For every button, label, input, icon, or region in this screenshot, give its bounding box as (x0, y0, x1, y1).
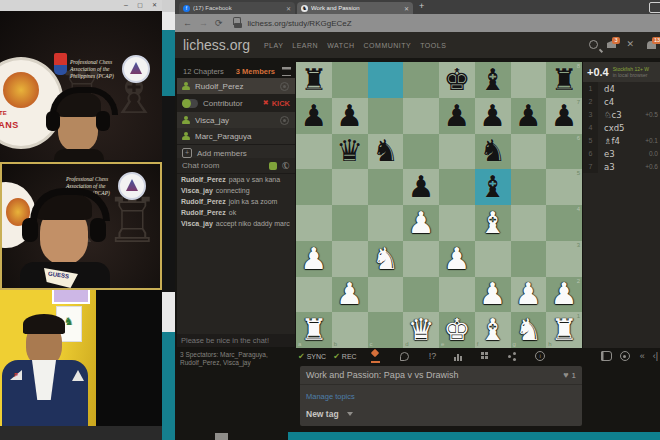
move-row[interactable]: 4cxd5 (583, 121, 660, 134)
square-h4[interactable]: 4 (546, 205, 582, 241)
square-e1[interactable]: ♚e (439, 312, 475, 348)
white-pawn-f2[interactable]: ♟ (479, 277, 506, 311)
square-b1[interactable]: b (332, 312, 368, 348)
square-a3[interactable]: ♟ (296, 241, 332, 277)
square-e5[interactable] (439, 169, 475, 205)
lichess-favicon: ♞ (301, 5, 308, 12)
file-label: g (513, 341, 516, 347)
file-label: d (405, 341, 408, 347)
study-tabs: 12 Chapters 3 Members (177, 64, 295, 78)
maximize-button[interactable]: ▢ (137, 1, 143, 8)
info-tool-icon[interactable]: i (535, 351, 545, 361)
square-h3[interactable]: 3 (546, 241, 582, 277)
move-san[interactable]: e3 (598, 149, 615, 159)
black-knight-f6[interactable]: ♞ (479, 134, 506, 168)
rank-label: 7 (577, 99, 580, 105)
square-h7[interactable]: ♟7 (546, 98, 582, 134)
nav-learn[interactable]: LEARN (292, 42, 318, 49)
square-f2[interactable]: ♟ (475, 277, 511, 313)
black-queen-b6[interactable]: ♛ (336, 134, 363, 168)
square-f4[interactable]: ♝ (475, 205, 511, 241)
rank-label: 6 (577, 135, 580, 141)
member-row-marc[interactable]: Marc_Paraguya (177, 128, 295, 144)
file-label: a (298, 341, 301, 347)
white-pawn-e3[interactable]: ♟ (443, 242, 470, 276)
square-f6[interactable]: ♞ (475, 134, 511, 170)
square-g5[interactable] (511, 169, 547, 205)
chat-messages: Rudolf_Perezpapa v san kana Visca_jaycon… (177, 174, 295, 334)
browser-tab-active[interactable]: ♞ Work and Passion ✕ (297, 2, 413, 14)
screen: – ▢ ✕ ♖♗ TE TANS Professional ChessAssoc… (0, 0, 660, 440)
kick-button[interactable]: KICK (272, 99, 290, 108)
browser-window-icon[interactable] (649, 2, 660, 13)
lichess-logo[interactable]: lichess.org (183, 37, 250, 53)
black-knight-c6[interactable]: ♞ (372, 134, 399, 168)
user-icon (182, 82, 190, 90)
desktop-gap (162, 0, 175, 440)
chess-board: ♜♚♝♜8♟♟♟♟♟♟7♛♞♞6♟♝5♟♝4♟♞♟3♟♟♟♟2♜abc♛d♚e♝… (296, 62, 582, 348)
webcam-feed-3: ♞ P (0, 290, 96, 426)
member-row-rudolf[interactable]: Rudolf_Perez (177, 78, 295, 94)
spectators-text: 3 Spectators: Marc_Paraguya, Rudolf_Pere… (177, 351, 294, 367)
boards-tool-icon[interactable] (481, 352, 490, 361)
browser-addressbar: ← → ⟳ lichess.org/study/RKGgECeZ (175, 14, 660, 32)
square-c6[interactable]: ♞ (368, 134, 404, 170)
member-settings-icon[interactable] (280, 116, 289, 125)
square-b2[interactable]: ♟ (332, 277, 368, 313)
move-number: 3 (583, 108, 598, 121)
heart-icon[interactable]: ♥ (563, 370, 568, 380)
rec-check-icon: ✔ (333, 352, 340, 361)
chat-title: Chat room (182, 161, 219, 170)
square-g7[interactable]: ♟ (511, 98, 547, 134)
black-pawn-h7[interactable]: ♟ (551, 99, 578, 133)
member-name: Rudolf_Perez (195, 82, 243, 91)
black-pawn-b7[interactable]: ♟ (336, 99, 363, 133)
file-label: e (441, 341, 444, 347)
minimize-button[interactable]: – (124, 1, 128, 8)
file-label: h (548, 341, 551, 347)
square-d4[interactable]: ♟ (403, 205, 439, 241)
webcam-feed-1: ♖♗ TE TANS Professional ChessAssociation… (0, 11, 162, 160)
square-e7[interactable]: ♟ (439, 98, 475, 134)
move-number: 1 (583, 82, 598, 95)
browser-window: f (17) Facebook ✕ ♞ Work and Passion ✕ +… (175, 0, 660, 440)
x-icon[interactable]: ✕ (626, 39, 634, 49)
white-pawn-a3[interactable]: ♟ (300, 242, 327, 276)
members-panel: Rudolf_Perez Contributor ✖ KICK Visca_ja… (177, 78, 295, 161)
tab-members[interactable]: 3 Members (236, 67, 275, 76)
step-back-icon[interactable]: ‹| (653, 351, 658, 361)
nav-tools[interactable]: TOOLS (420, 42, 446, 49)
chart-tool-icon[interactable] (454, 352, 463, 361)
engine-header[interactable]: +0.4 Stockfish 12+ W in local browser (583, 62, 660, 82)
square-e8[interactable]: ♚ (439, 62, 475, 98)
white-bishop-f4[interactable]: ♝ (479, 206, 506, 240)
square-a2[interactable] (296, 277, 332, 313)
square-a4[interactable] (296, 205, 332, 241)
tab-close-icon[interactable]: ✕ (404, 5, 409, 12)
study-title: Work and Passion: Papa v vs Drawish (306, 370, 458, 380)
square-c7[interactable] (368, 98, 404, 134)
engine-location: in local browser (613, 72, 648, 78)
move-san[interactable]: ♘c3 (598, 110, 622, 120)
rewind-icon[interactable]: « (640, 351, 645, 361)
move-san[interactable]: c4 (598, 97, 614, 107)
webcam-feed-2: ♗♖ Professional ChessAssociation of theP… (0, 162, 162, 290)
new-tab-button[interactable]: + (419, 1, 424, 11)
file-label: c (370, 341, 373, 347)
square-d5[interactable]: ♟ (403, 169, 439, 205)
comment-tool-icon[interactable] (400, 352, 409, 361)
notifications-badge: 13 (652, 37, 660, 44)
square-c5[interactable] (368, 169, 404, 205)
square-d2[interactable] (403, 277, 439, 313)
white-knight-g1[interactable]: ♞ (515, 313, 542, 347)
square-d6[interactable] (403, 134, 439, 170)
nav-community[interactable]: COMMUNITY (364, 42, 412, 49)
square-a5[interactable] (296, 169, 332, 205)
share-tool-icon[interactable] (508, 352, 517, 361)
forward-icon[interactable]: → (199, 18, 208, 28)
move-eval: +0.5 (645, 111, 660, 118)
move-san[interactable]: d4 (598, 84, 615, 94)
chevron-down-icon (347, 412, 353, 416)
black-pawn-a7[interactable]: ♟ (300, 99, 327, 133)
square-h8[interactable]: ♜8 (546, 62, 582, 98)
lock-icon-body (234, 23, 242, 28)
square-h2[interactable]: ♟2 (546, 277, 582, 313)
back-icon[interactable]: ← (183, 18, 192, 28)
chat-message: Rudolf_Perezpapa v san kana (177, 174, 295, 185)
chat-toggle[interactable] (269, 162, 277, 170)
team-logo-text-upper: TE (0, 110, 7, 116)
square-g8[interactable] (511, 62, 547, 98)
square-h1[interactable]: ♜1h (546, 312, 582, 348)
book-icon[interactable] (601, 351, 612, 361)
move-number: 5 (583, 134, 598, 147)
white-bishop-f1[interactable]: ♝ (479, 313, 506, 347)
square-b4[interactable] (332, 205, 368, 241)
url-text[interactable]: lichess.org/study/RKGgECeZ (248, 19, 352, 28)
move-row[interactable]: 5♗f4+0.1 (583, 134, 660, 147)
search-icon[interactable] (589, 40, 598, 49)
bottom-teal-bar (288, 432, 660, 440)
square-a7[interactable]: ♟ (296, 98, 332, 134)
black-pawn-e7[interactable]: ♟ (443, 99, 470, 133)
white-pawn-d4[interactable]: ♟ (408, 206, 435, 240)
video-call-window: – ▢ ✕ ♖♗ TE TANS Professional ChessAssoc… (0, 0, 162, 440)
analysis-panel: +0.4 Stockfish 12+ W in local browser 1d… (583, 62, 660, 348)
sync-check-icon: ✔ (298, 352, 305, 361)
square-f7[interactable]: ♟ (475, 98, 511, 134)
move-eval: +0.1 (645, 137, 660, 144)
move-number: 4 (583, 121, 598, 134)
move-list: 1d42c43♘c3+0.54cxd55♗f4+0.16e30.07a3+0.6 (583, 82, 660, 173)
white-queen-d1[interactable]: ♛ (408, 313, 435, 347)
square-h5[interactable]: 5 (546, 169, 582, 205)
square-h6[interactable]: 6 (546, 134, 582, 170)
square-b7[interactable]: ♟ (332, 98, 368, 134)
lichess-header: lichess.org PLAY LEARN WATCH COMMUNITY T… (175, 32, 660, 58)
tab-close-icon[interactable]: ✕ (286, 5, 291, 12)
square-b5[interactable] (332, 169, 368, 205)
browser-tabstrip: f (17) Facebook ✕ ♞ Work and Passion ✕ + (175, 0, 660, 14)
square-a6[interactable] (296, 134, 332, 170)
pcap-logo-2 (118, 172, 146, 200)
video-window-titlebar: – ▢ ✕ (0, 0, 162, 11)
user-icon (182, 116, 190, 124)
move-san[interactable]: ♗f4 (598, 136, 620, 146)
square-b6[interactable]: ♛ (332, 134, 368, 170)
square-d7[interactable] (403, 98, 439, 134)
taskbar-fragment (215, 433, 228, 440)
lichess-page: lichess.org PLAY LEARN WATCH COMMUNITY T… (175, 32, 660, 440)
move-row[interactable]: 7a3+0.6 (583, 160, 660, 173)
square-e3[interactable]: ♟ (439, 241, 475, 277)
user-icon (182, 132, 190, 140)
tab-label: (17) Facebook (193, 5, 286, 11)
member-contributor-row: Contributor ✖ KICK (177, 94, 295, 112)
rank-label: 2 (577, 278, 580, 284)
file-label: b (334, 341, 337, 347)
white-pawn-g2[interactable]: ♟ (515, 277, 542, 311)
pcap-logo-emblem (130, 62, 142, 74)
facebook-favicon: f (183, 5, 190, 12)
webcam-person-1 (52, 77, 104, 160)
search-icon-handle (598, 49, 602, 53)
move-row[interactable]: 1d4 (583, 82, 660, 95)
move-san[interactable]: cxd5 (598, 123, 625, 133)
plus-icon: + (182, 148, 192, 158)
shield-logo (54, 53, 67, 75)
square-a1[interactable]: ♜a (296, 312, 332, 348)
move-number: 6 (583, 147, 598, 160)
manage-topics-link[interactable]: Manage topics (306, 392, 582, 401)
black-rook-a8[interactable]: ♜ (300, 63, 327, 97)
black-bishop-f8[interactable]: ♝ (479, 63, 506, 97)
rank-label: 3 (577, 242, 580, 248)
contributor-label: Contributor (203, 99, 243, 108)
reload-icon[interactable]: ⟳ (215, 18, 223, 28)
square-g4[interactable] (511, 205, 547, 241)
square-e4[interactable] (439, 205, 475, 241)
move-row[interactable]: 3♘c3+0.5 (583, 108, 660, 121)
white-pawn-b2[interactable]: ♟ (336, 277, 363, 311)
chat-header: Chat room ✆ (177, 158, 295, 174)
black-rook-h8[interactable]: ♜ (551, 63, 578, 97)
challenge-badge: 3 (612, 37, 620, 44)
rank-label: 1 (577, 313, 580, 319)
square-b8[interactable] (332, 62, 368, 98)
menu-icon[interactable] (282, 67, 291, 76)
square-g6[interactable] (511, 134, 547, 170)
new-tag-select[interactable]: New tag (306, 409, 339, 419)
square-f5[interactable]: ♝ (475, 169, 511, 205)
rank-label: 8 (577, 63, 580, 69)
white-pawn-h2[interactable]: ♟ (551, 277, 578, 311)
sync-toggle[interactable]: SYNC (307, 353, 326, 360)
nav-play[interactable]: PLAY (264, 42, 283, 49)
chat-input[interactable] (177, 334, 295, 347)
square-c2[interactable] (368, 277, 404, 313)
rank-label: 5 (577, 170, 580, 176)
black-pawn-f7[interactable]: ♟ (479, 99, 506, 133)
chat-message: Visca_jayaccept niko daddy marc (177, 218, 295, 229)
rank-label: 4 (577, 206, 580, 212)
white-rook-a1[interactable]: ♜ (300, 313, 327, 347)
chat-message: Rudolf_Perezok (177, 207, 295, 218)
square-f8[interactable]: ♝ (475, 62, 511, 98)
move-row[interactable]: 6e30.0 (583, 147, 660, 160)
member-settings-icon[interactable] (280, 82, 289, 91)
square-d1[interactable]: ♛d (403, 312, 439, 348)
black-pawn-d5[interactable]: ♟ (408, 170, 435, 204)
kick-x-icon: ✖ (263, 99, 269, 107)
member-name: Visca_jay (195, 116, 229, 125)
move-eval: +0.6 (645, 163, 660, 170)
pcap-logo (122, 55, 150, 83)
square-g2[interactable]: ♟ (511, 277, 547, 313)
square-d3[interactable] (403, 241, 439, 277)
white-knight-c3[interactable]: ♞ (372, 242, 399, 276)
square-b3[interactable] (332, 241, 368, 277)
engine-eval: +0.4 (587, 66, 609, 78)
glyph-tool-icon[interactable]: !? (429, 352, 437, 361)
square-f3[interactable] (475, 241, 511, 277)
tags-tool-icon[interactable] (371, 349, 380, 363)
square-g1[interactable]: ♞g (511, 312, 547, 348)
study-info-box: Work and Passion: Papa v vs Drawish ♥ 1 … (300, 366, 582, 426)
square-d8[interactable] (403, 62, 439, 98)
like-count: 1 (572, 371, 576, 380)
black-king-e8[interactable]: ♚ (443, 63, 470, 97)
webcam-person-3: P (8, 308, 88, 426)
team-logo-text: TANS (0, 120, 19, 130)
move-number: 7 (583, 160, 598, 173)
analysis-toolbar: ✔ SYNC ✔ REC !? i (296, 349, 660, 363)
webcam-person-2: GUESS (26, 184, 102, 288)
wall-poster-1 (52, 290, 90, 304)
phone-icon[interactable]: ✆ (280, 159, 292, 172)
tab-label: Work and Passion (311, 5, 404, 11)
team-logo-emblem (3, 72, 39, 108)
gear-icon[interactable] (620, 351, 630, 361)
rec-toggle[interactable]: REC (342, 353, 357, 360)
chat-message: Rudolf_Perezjoin ka sa zoom (177, 196, 295, 207)
close-button[interactable]: ✕ (152, 1, 157, 8)
square-g3[interactable] (511, 241, 547, 277)
square-e6[interactable] (439, 134, 475, 170)
square-f1[interactable]: ♝f (475, 312, 511, 348)
member-row-visca[interactable]: Visca_jay (177, 112, 295, 128)
file-label: f (477, 341, 479, 347)
move-san[interactable]: a3 (598, 162, 615, 172)
chat-message: Visca_jayconnecting (177, 185, 295, 196)
square-c3[interactable]: ♞ (368, 241, 404, 277)
cam3-letterbox (96, 290, 162, 426)
nav-watch[interactable]: WATCH (327, 42, 354, 49)
add-members-label: Add members (197, 149, 247, 158)
move-eval: 0.0 (649, 150, 660, 157)
square-e2[interactable] (439, 277, 475, 313)
move-number: 2 (583, 95, 598, 108)
black-bishop-f5[interactable]: ♝ (479, 170, 506, 204)
move-row[interactable]: 2c4 (583, 95, 660, 108)
tab-chapters[interactable]: 12 Chapters (183, 67, 224, 76)
browser-tab-facebook[interactable]: f (17) Facebook ✕ (179, 2, 295, 14)
chat-panel: Chat room ✆ Rudolf_Perezpapa v san kana … (177, 158, 295, 347)
contributor-toggle[interactable] (182, 99, 198, 108)
member-name: Marc_Paraguya (195, 132, 251, 141)
white-rook-h1[interactable]: ♜ (551, 313, 578, 347)
black-pawn-g7[interactable]: ♟ (515, 99, 542, 133)
square-a8[interactable]: ♜ (296, 62, 332, 98)
square-c8[interactable] (368, 62, 404, 98)
square-c4[interactable] (368, 205, 404, 241)
white-king-e1[interactable]: ♚ (443, 313, 470, 347)
video-window-bottom (0, 426, 162, 440)
square-c1[interactable]: c (368, 312, 404, 348)
